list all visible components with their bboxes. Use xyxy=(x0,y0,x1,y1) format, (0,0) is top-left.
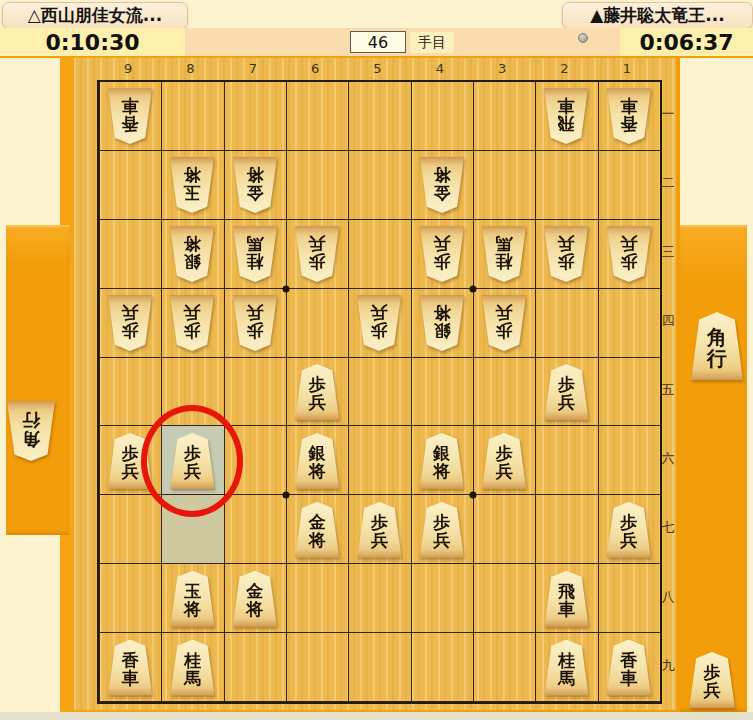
koma-kanji: 将 xyxy=(433,166,450,184)
koma-face-飛車: 飛車 xyxy=(543,571,589,627)
square-12[interactable] xyxy=(598,151,660,220)
koma-face-歩兵: 歩兵 xyxy=(169,433,215,489)
square-92[interactable] xyxy=(99,151,161,220)
koma-face-金将: 金将 xyxy=(294,502,340,558)
shogi-board: 香車飛車香車玉将金将金将銀将桂馬歩兵歩兵桂馬歩兵歩兵歩兵歩兵歩兵歩兵銀将歩兵歩兵… xyxy=(97,80,662,704)
koma-kanji: 兵 xyxy=(704,682,721,700)
koma-kanji: 将 xyxy=(246,601,263,619)
koma-kanji: 歩 xyxy=(246,321,263,339)
square-26[interactable] xyxy=(535,426,597,495)
gote-clock: 0:10:30 xyxy=(0,28,185,57)
koma-kanji: 兵 xyxy=(620,532,637,550)
koma-gote-pawn-74[interactable]: 歩兵 xyxy=(232,295,278,351)
koma-sente-lance-19[interactable]: 香車 xyxy=(606,640,652,696)
koma-sente-knight-89[interactable]: 桂馬 xyxy=(169,640,215,696)
rank-label-7: 七 xyxy=(660,493,676,562)
square-51[interactable] xyxy=(348,82,410,151)
rank-label-4: 四 xyxy=(660,287,676,356)
koma-sente-pawn-57[interactable]: 歩兵 xyxy=(356,502,402,558)
koma-kanji: 馬 xyxy=(496,235,513,253)
koma-kanji: 香 xyxy=(620,652,637,670)
koma-gote-pawn-43[interactable]: 歩兵 xyxy=(419,226,465,282)
square-32[interactable] xyxy=(473,151,535,220)
koma-kanji: 歩 xyxy=(309,252,326,270)
koma-kanji: 香 xyxy=(620,114,637,132)
koma-sente-gold-67[interactable]: 金将 xyxy=(294,502,340,558)
koma-face-桂馬: 桂馬 xyxy=(169,640,215,696)
koma-sente-pawn-65[interactable]: 歩兵 xyxy=(294,364,340,420)
koma-kanji: 桂 xyxy=(558,652,575,670)
koma-face-歩兵: 歩兵 xyxy=(606,226,652,282)
gote-nameplate: △西山朋佳女流... xyxy=(2,2,188,29)
square-75[interactable] xyxy=(224,358,286,427)
square-37[interactable] xyxy=(473,495,535,564)
koma-kanji: 金 xyxy=(433,183,450,201)
koma-face-歩兵: 歩兵 xyxy=(294,226,340,282)
koma-kanji: 車 xyxy=(122,670,139,688)
koma-face-銀将: 銀将 xyxy=(419,433,465,489)
koma-face-香車: 香車 xyxy=(107,640,153,696)
hand-koma-sente-pawn[interactable]: 歩兵 xyxy=(688,652,736,708)
rank-label-3: 三 xyxy=(660,218,676,287)
rank-label-6: 六 xyxy=(660,424,676,493)
koma-kanji: 兵 xyxy=(122,463,139,481)
square-68[interactable] xyxy=(286,564,348,633)
koma-face-桂馬: 桂馬 xyxy=(543,640,589,696)
koma-face-歩兵: 歩兵 xyxy=(356,502,402,558)
koma-kanji: 馬 xyxy=(558,670,575,688)
koma-gote-pawn-54[interactable]: 歩兵 xyxy=(356,295,402,351)
koma-kanji: 行 xyxy=(707,348,727,369)
koma-sente-gold-78[interactable]: 金将 xyxy=(232,571,278,627)
square-55[interactable] xyxy=(348,358,410,427)
koma-gote-pawn-23[interactable]: 歩兵 xyxy=(543,226,589,282)
koma-face-金将: 金将 xyxy=(232,157,278,213)
koma-kanji: 香 xyxy=(122,114,139,132)
sente-clock: 0:06:37 xyxy=(620,28,753,57)
koma-face-銀将: 銀将 xyxy=(294,433,340,489)
koma-kanji: 車 xyxy=(558,97,575,115)
koma-sente-knight-29[interactable]: 桂馬 xyxy=(543,640,589,696)
rank-labels: 一二三四五六七八九 xyxy=(660,80,676,700)
square-93[interactable] xyxy=(99,220,161,289)
koma-gote-knight-33[interactable]: 桂馬 xyxy=(481,226,527,282)
koma-face-飛車: 飛車 xyxy=(543,88,589,144)
koma-kanji: 馬 xyxy=(184,670,201,688)
koma-kanji: 兵 xyxy=(433,235,450,253)
file-label-2: 2 xyxy=(533,60,595,78)
koma-kanji: 兵 xyxy=(246,303,263,321)
koma-kanji: 馬 xyxy=(246,235,263,253)
square-76[interactable] xyxy=(224,426,286,495)
koma-sente-lance-99[interactable]: 香車 xyxy=(107,640,153,696)
koma-face-歩兵: 歩兵 xyxy=(419,502,465,558)
square-41[interactable] xyxy=(411,82,473,151)
koma-kanji: 将 xyxy=(184,601,201,619)
square-49[interactable] xyxy=(411,633,473,702)
koma-gote-silver-83[interactable]: 銀将 xyxy=(169,226,215,282)
koma-kanji: 将 xyxy=(246,166,263,184)
koma-face-銀将: 銀将 xyxy=(169,226,215,282)
rank-label-1: 一 xyxy=(660,80,676,149)
koma-gote-silver-44[interactable]: 銀将 xyxy=(419,295,465,351)
koma-gote-knight-73[interactable]: 桂馬 xyxy=(232,226,278,282)
koma-kanji: 桂 xyxy=(496,252,513,270)
square-18[interactable] xyxy=(598,564,660,633)
koma-kanji: 銀 xyxy=(184,252,201,270)
koma-sente-pawn-36[interactable]: 歩兵 xyxy=(481,433,527,489)
koma-face-歩兵: 歩兵 xyxy=(107,295,153,351)
koma-gote-pawn-34[interactable]: 歩兵 xyxy=(481,295,527,351)
koma-sente-pawn-25[interactable]: 歩兵 xyxy=(543,364,589,420)
koma-kanji: 将 xyxy=(433,303,450,321)
koma-sente-king-88[interactable]: 玉将 xyxy=(169,571,215,627)
koma-kanji: 角 xyxy=(22,429,40,448)
move-number-input[interactable] xyxy=(350,31,406,53)
koma-kanji: 兵 xyxy=(371,303,388,321)
file-label-9: 9 xyxy=(97,60,159,78)
square-58[interactable] xyxy=(348,564,410,633)
koma-gote-gold-72[interactable]: 金将 xyxy=(232,157,278,213)
koma-face-歩兵: 歩兵 xyxy=(419,226,465,282)
gote-clock-value: 0:10:30 xyxy=(45,30,139,55)
square-59[interactable] xyxy=(348,633,410,702)
koma-kanji: 歩 xyxy=(433,252,450,270)
koma-face-角行: 角行 xyxy=(6,401,56,461)
koma-kanji: 兵 xyxy=(496,463,513,481)
koma-face-桂馬: 桂馬 xyxy=(481,226,527,282)
koma-face-歩兵: 歩兵 xyxy=(356,295,402,351)
koma-kanji: 将 xyxy=(184,166,201,184)
koma-face-金将: 金将 xyxy=(232,571,278,627)
rank-label-2: 二 xyxy=(660,149,676,218)
bottom-strip xyxy=(0,712,753,720)
koma-gote-lance-91[interactable]: 香車 xyxy=(107,88,153,144)
koma-sente-rook-28[interactable]: 飛車 xyxy=(543,571,589,627)
sente-clock-value: 0:06:37 xyxy=(639,30,733,55)
square-39[interactable] xyxy=(473,633,535,702)
koma-gote-lance-11[interactable]: 香車 xyxy=(606,88,652,144)
square-87[interactable] xyxy=(161,495,223,564)
koma-gote-pawn-94[interactable]: 歩兵 xyxy=(107,295,153,351)
koma-sente-silver-66[interactable]: 銀将 xyxy=(294,433,340,489)
koma-face-歩兵: 歩兵 xyxy=(232,295,278,351)
koma-kanji: 兵 xyxy=(122,303,139,321)
koma-kanji: 車 xyxy=(558,601,575,619)
koma-kanji: 玉 xyxy=(184,183,201,201)
koma-kanji: 兵 xyxy=(309,235,326,253)
koma-kanji: 兵 xyxy=(558,235,575,253)
koma-kanji: 銀 xyxy=(433,321,450,339)
koma-face-玉将: 玉将 xyxy=(169,571,215,627)
gote-captured-tray xyxy=(6,225,70,535)
koma-face-玉将: 玉将 xyxy=(169,157,215,213)
koma-gote-pawn-13[interactable]: 歩兵 xyxy=(606,226,652,282)
move-counter-label: 手目 xyxy=(410,32,454,53)
koma-kanji: 歩 xyxy=(184,321,201,339)
square-31[interactable] xyxy=(473,82,535,151)
koma-kanji: 車 xyxy=(122,97,139,115)
sente-captured-tray xyxy=(680,225,747,712)
square-48[interactable] xyxy=(411,564,473,633)
square-45[interactable] xyxy=(411,358,473,427)
koma-kanji: 兵 xyxy=(184,303,201,321)
square-38[interactable] xyxy=(473,564,535,633)
koma-kanji: 歩 xyxy=(558,252,575,270)
square-97[interactable] xyxy=(99,495,161,564)
rank-label-8: 八 xyxy=(660,562,676,631)
square-81[interactable] xyxy=(161,82,223,151)
square-22[interactable] xyxy=(535,151,597,220)
koma-kanji: 兵 xyxy=(496,303,513,321)
square-35[interactable] xyxy=(473,358,535,427)
file-label-6: 6 xyxy=(284,60,346,78)
square-15[interactable] xyxy=(598,358,660,427)
koma-kanji: 歩 xyxy=(371,321,388,339)
koma-kanji: 兵 xyxy=(371,532,388,550)
koma-kanji: 香 xyxy=(122,652,139,670)
square-52[interactable] xyxy=(348,151,410,220)
file-label-1: 1 xyxy=(596,60,658,78)
koma-face-香車: 香車 xyxy=(606,88,652,144)
file-label-4: 4 xyxy=(409,60,471,78)
koma-gote-pawn-63[interactable]: 歩兵 xyxy=(294,226,340,282)
koma-kanji: 兵 xyxy=(433,532,450,550)
rank-label-9: 九 xyxy=(660,631,676,700)
square-53[interactable] xyxy=(348,220,410,289)
koma-kanji: 車 xyxy=(620,670,637,688)
koma-kanji: 飛 xyxy=(558,114,575,132)
koma-kanji: 兵 xyxy=(620,235,637,253)
square-27[interactable] xyxy=(535,495,597,564)
koma-kanji: 行 xyxy=(22,410,40,429)
koma-sente-silver-46[interactable]: 銀将 xyxy=(419,433,465,489)
koma-face-歩兵: 歩兵 xyxy=(543,226,589,282)
square-71[interactable] xyxy=(224,82,286,151)
koma-face-歩兵: 歩兵 xyxy=(543,364,589,420)
koma-kanji: 車 xyxy=(620,97,637,115)
koma-kanji: 歩 xyxy=(620,252,637,270)
koma-gote-rook-21[interactable]: 飛車 xyxy=(543,88,589,144)
file-label-5: 5 xyxy=(346,60,408,78)
status-indicator-icon xyxy=(578,33,588,43)
file-label-7: 7 xyxy=(222,60,284,78)
koma-face-桂馬: 桂馬 xyxy=(232,226,278,282)
koma-face-歩兵: 歩兵 xyxy=(606,502,652,558)
square-62[interactable] xyxy=(286,151,348,220)
koma-kanji: 将 xyxy=(309,463,326,481)
koma-kanji: 歩 xyxy=(496,321,513,339)
file-labels: 987654321 xyxy=(97,60,658,78)
koma-gote-king-82[interactable]: 玉将 xyxy=(169,157,215,213)
koma-sente-pawn-17[interactable]: 歩兵 xyxy=(606,502,652,558)
koma-kanji: 兵 xyxy=(558,394,575,412)
square-95[interactable] xyxy=(99,358,161,427)
koma-sente-pawn-96[interactable]: 歩兵 xyxy=(107,433,153,489)
koma-kanji: 将 xyxy=(184,235,201,253)
koma-face-歩兵: 歩兵 xyxy=(481,295,527,351)
square-98[interactable] xyxy=(99,564,161,633)
koma-gote-gold-42[interactable]: 金将 xyxy=(419,157,465,213)
koma-face-銀将: 銀将 xyxy=(419,295,465,351)
koma-kanji: 歩 xyxy=(122,321,139,339)
square-61[interactable] xyxy=(286,82,348,151)
square-77[interactable] xyxy=(224,495,286,564)
koma-face-歩兵: 歩兵 xyxy=(294,364,340,420)
hand-koma-sente-bishop[interactable]: 角行 xyxy=(690,312,744,380)
koma-kanji: 金 xyxy=(246,183,263,201)
koma-kanji: 桂 xyxy=(184,652,201,670)
koma-face-角行: 角行 xyxy=(690,312,744,380)
sente-nameplate: ▲藤井聡太竜王... xyxy=(562,2,753,29)
koma-face-金将: 金将 xyxy=(419,157,465,213)
koma-kanji: 角 xyxy=(707,327,727,348)
koma-kanji: 将 xyxy=(309,532,326,550)
koma-sente-pawn-86[interactable]: 歩兵 xyxy=(169,433,215,489)
koma-face-歩兵: 歩兵 xyxy=(481,433,527,489)
square-69[interactable] xyxy=(286,633,348,702)
square-24[interactable] xyxy=(535,289,597,358)
koma-face-歩兵: 歩兵 xyxy=(169,295,215,351)
square-16[interactable] xyxy=(598,426,660,495)
square-79[interactable] xyxy=(224,633,286,702)
koma-gote-pawn-84[interactable]: 歩兵 xyxy=(169,295,215,351)
koma-kanji: 桂 xyxy=(246,252,263,270)
koma-face-香車: 香車 xyxy=(606,640,652,696)
square-14[interactable] xyxy=(598,289,660,358)
koma-kanji: 兵 xyxy=(184,463,201,481)
square-56[interactable] xyxy=(348,426,410,495)
hand-koma-gote-bishop[interactable]: 角行 xyxy=(6,401,56,461)
sente-name-label: ▲藤井聡太竜王... xyxy=(590,4,724,27)
koma-kanji: 兵 xyxy=(309,394,326,412)
koma-face-歩兵: 歩兵 xyxy=(688,652,736,708)
file-label-3: 3 xyxy=(471,60,533,78)
square-85[interactable] xyxy=(161,358,223,427)
koma-face-香車: 香車 xyxy=(107,88,153,144)
koma-face-歩兵: 歩兵 xyxy=(107,433,153,489)
shogi-app: △西山朋佳女流... ▲藤井聡太竜王... 0:10:30 0:06:37 手目… xyxy=(0,0,753,720)
rank-label-5: 五 xyxy=(660,356,676,425)
koma-kanji: 将 xyxy=(433,463,450,481)
square-64[interactable] xyxy=(286,289,348,358)
gote-name-label: △西山朋佳女流... xyxy=(28,4,162,27)
koma-sente-pawn-47[interactable]: 歩兵 xyxy=(419,502,465,558)
file-label-8: 8 xyxy=(159,60,221,78)
move-counter-label-text: 手目 xyxy=(418,34,446,52)
